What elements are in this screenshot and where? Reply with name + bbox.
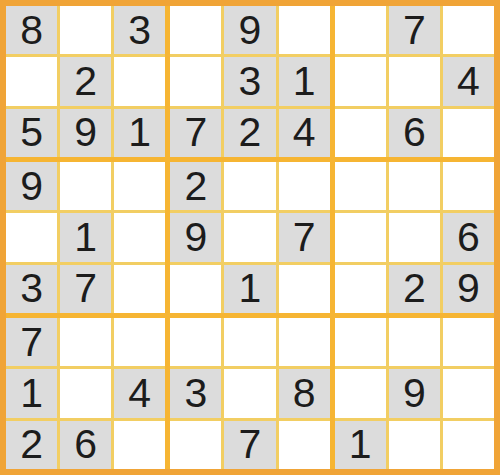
cell-r4c8[interactable]: [389, 162, 440, 210]
cell-r8c1[interactable]: 1: [6, 369, 57, 417]
cell-r1c6[interactable]: [279, 6, 330, 54]
cell-r2c1[interactable]: [6, 57, 57, 105]
cell-r1c2[interactable]: [60, 6, 111, 54]
sudoku-box-2-3: 629: [335, 162, 494, 313]
cell-r9c6[interactable]: [279, 421, 330, 469]
cell-r2c3[interactable]: [114, 57, 165, 105]
cell-r9c2[interactable]: 6: [60, 421, 111, 469]
cell-r6c1[interactable]: 3: [6, 265, 57, 313]
cell-r6c7[interactable]: [335, 265, 386, 313]
cell-r6c8[interactable]: 2: [389, 265, 440, 313]
cell-r1c7[interactable]: [335, 6, 386, 54]
cell-r3c5[interactable]: 2: [224, 109, 275, 157]
cell-r9c1[interactable]: 2: [6, 421, 57, 469]
cell-r8c6[interactable]: 8: [279, 369, 330, 417]
cell-r6c9[interactable]: 9: [443, 265, 494, 313]
cell-r5c3[interactable]: [114, 213, 165, 261]
cell-r6c6[interactable]: [279, 265, 330, 313]
cell-r8c8[interactable]: 9: [389, 369, 440, 417]
cell-r6c4[interactable]: [170, 265, 221, 313]
cell-r8c7[interactable]: [335, 369, 386, 417]
cell-r4c1[interactable]: 9: [6, 162, 57, 210]
cell-r9c5[interactable]: 7: [224, 421, 275, 469]
sudoku-box-3-2: 387: [170, 318, 329, 469]
cell-r1c4[interactable]: [170, 6, 221, 54]
sudoku-box-1-1: 832591: [6, 6, 165, 157]
cell-r5c9[interactable]: 6: [443, 213, 494, 261]
cell-r3c1[interactable]: 5: [6, 109, 57, 157]
cell-r9c9[interactable]: [443, 421, 494, 469]
cell-r4c2[interactable]: [60, 162, 111, 210]
cell-r9c4[interactable]: [170, 421, 221, 469]
cell-r1c1[interactable]: 8: [6, 6, 57, 54]
cell-r7c4[interactable]: [170, 318, 221, 366]
cell-r4c9[interactable]: [443, 162, 494, 210]
cell-r1c8[interactable]: 7: [389, 6, 440, 54]
cell-r6c3[interactable]: [114, 265, 165, 313]
cell-r6c5[interactable]: 1: [224, 265, 275, 313]
cell-r5c5[interactable]: [224, 213, 275, 261]
cell-r7c9[interactable]: [443, 318, 494, 366]
cell-r4c6[interactable]: [279, 162, 330, 210]
cell-r2c2[interactable]: 2: [60, 57, 111, 105]
sudoku-box-3-3: 91: [335, 318, 494, 469]
cell-r7c6[interactable]: [279, 318, 330, 366]
cell-r2c4[interactable]: [170, 57, 221, 105]
sudoku-box-3-1: 71426: [6, 318, 165, 469]
cell-r4c5[interactable]: [224, 162, 275, 210]
cell-r5c6[interactable]: 7: [279, 213, 330, 261]
cell-r9c3[interactable]: [114, 421, 165, 469]
cell-r3c2[interactable]: 9: [60, 109, 111, 157]
cell-r8c3[interactable]: 4: [114, 369, 165, 417]
cell-r7c5[interactable]: [224, 318, 275, 366]
sudoku-box-1-2: 931724: [170, 6, 329, 157]
sudoku-box-2-1: 9137: [6, 162, 165, 313]
cell-r8c9[interactable]: [443, 369, 494, 417]
cell-r4c4[interactable]: 2: [170, 162, 221, 210]
cell-r8c4[interactable]: 3: [170, 369, 221, 417]
cell-r2c7[interactable]: [335, 57, 386, 105]
sudoku-board: 832591931724746913729716297142638791: [0, 0, 500, 475]
cell-r7c1[interactable]: 7: [6, 318, 57, 366]
cell-r2c9[interactable]: 4: [443, 57, 494, 105]
cell-r3c4[interactable]: 7: [170, 109, 221, 157]
cell-r1c3[interactable]: 3: [114, 6, 165, 54]
cell-r3c3[interactable]: 1: [114, 109, 165, 157]
cell-r5c2[interactable]: 1: [60, 213, 111, 261]
cell-r9c8[interactable]: [389, 421, 440, 469]
cell-r8c5[interactable]: [224, 369, 275, 417]
cell-r8c2[interactable]: [60, 369, 111, 417]
cell-r5c1[interactable]: [6, 213, 57, 261]
cell-r1c5[interactable]: 9: [224, 6, 275, 54]
cell-r7c2[interactable]: [60, 318, 111, 366]
cell-r5c8[interactable]: [389, 213, 440, 261]
cell-r9c7[interactable]: 1: [335, 421, 386, 469]
cell-r1c9[interactable]: [443, 6, 494, 54]
cell-r7c8[interactable]: [389, 318, 440, 366]
cell-r3c9[interactable]: [443, 109, 494, 157]
cell-r3c7[interactable]: [335, 109, 386, 157]
cell-r2c8[interactable]: [389, 57, 440, 105]
cell-r5c7[interactable]: [335, 213, 386, 261]
cell-r6c2[interactable]: 7: [60, 265, 111, 313]
cell-r5c4[interactable]: 9: [170, 213, 221, 261]
cell-r2c6[interactable]: 1: [279, 57, 330, 105]
cell-r4c3[interactable]: [114, 162, 165, 210]
cell-r7c3[interactable]: [114, 318, 165, 366]
sudoku-box-1-3: 746: [335, 6, 494, 157]
cell-r3c6[interactable]: 4: [279, 109, 330, 157]
cell-r7c7[interactable]: [335, 318, 386, 366]
cell-r2c5[interactable]: 3: [224, 57, 275, 105]
cell-r3c8[interactable]: 6: [389, 109, 440, 157]
sudoku-box-2-2: 2971: [170, 162, 329, 313]
cell-r4c7[interactable]: [335, 162, 386, 210]
